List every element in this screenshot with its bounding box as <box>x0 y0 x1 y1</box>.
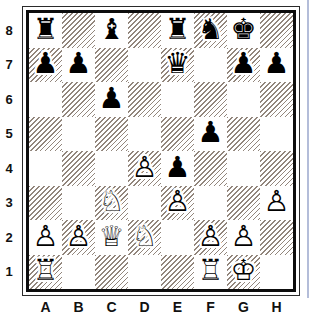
square-g4 <box>227 151 260 186</box>
file-label-f: F <box>194 299 227 316</box>
file-labels: ABCDEFGH <box>29 299 293 316</box>
piece-black-pawn: ♟ <box>198 118 224 147</box>
square-a7: ♟ <box>29 48 62 83</box>
rank-label-2: 2 <box>0 220 18 255</box>
square-b7: ♟ <box>62 48 95 83</box>
square-a2: ♙ <box>29 220 62 255</box>
square-c1 <box>95 255 128 290</box>
image-edge-accent <box>307 0 309 298</box>
square-e7: ♛ <box>161 48 194 83</box>
piece-white-pawn: ♙ <box>66 222 92 251</box>
piece-white-pawn: ♙ <box>33 222 59 251</box>
rank-label-6: 6 <box>0 82 18 117</box>
file-label-a: A <box>29 299 62 316</box>
piece-black-rook: ♜ <box>33 15 59 44</box>
piece-white-knight: ♘ <box>132 222 158 251</box>
square-f5: ♟ <box>194 117 227 152</box>
piece-black-king: ♚ <box>231 15 257 44</box>
square-d1 <box>128 255 161 290</box>
piece-white-rook: ♖ <box>33 256 59 285</box>
square-f2: ♙ <box>194 220 227 255</box>
file-label-b: B <box>62 299 95 316</box>
square-f3 <box>194 186 227 221</box>
square-e8: ♜ <box>161 13 194 48</box>
square-g3 <box>227 186 260 221</box>
square-e1 <box>161 255 194 290</box>
piece-white-pawn: ♙ <box>165 187 191 216</box>
square-d3 <box>128 186 161 221</box>
piece-white-pawn: ♙ <box>231 222 257 251</box>
square-c5 <box>95 117 128 152</box>
square-e3: ♙ <box>161 186 194 221</box>
square-b1 <box>62 255 95 290</box>
square-b8 <box>62 13 95 48</box>
piece-black-rook: ♜ <box>165 15 191 44</box>
piece-black-pawn: ♟ <box>33 49 59 78</box>
square-f7 <box>194 48 227 83</box>
rank-label-8: 8 <box>0 13 18 48</box>
rank-label-5: 5 <box>0 117 18 152</box>
chess-board: ♜♝♜♞♚♟♟♛♟♟♟♟♙♟♘♙♙♙♙♕♘♙♙♖♖♔ <box>29 13 293 289</box>
square-d5 <box>128 117 161 152</box>
rank-labels: 87654321 <box>0 13 18 289</box>
piece-black-pawn: ♟ <box>165 153 191 182</box>
file-label-d: D <box>128 299 161 316</box>
square-d7 <box>128 48 161 83</box>
square-g1: ♔ <box>227 255 260 290</box>
square-e6 <box>161 82 194 117</box>
square-f6 <box>194 82 227 117</box>
piece-white-pawn: ♙ <box>264 187 290 216</box>
square-b3 <box>62 186 95 221</box>
square-h5 <box>260 117 293 152</box>
square-c8: ♝ <box>95 13 128 48</box>
square-h3: ♙ <box>260 186 293 221</box>
file-label-h: H <box>260 299 293 316</box>
file-label-g: G <box>227 299 260 316</box>
square-c6: ♟ <box>95 82 128 117</box>
square-a1: ♖ <box>29 255 62 290</box>
square-a4 <box>29 151 62 186</box>
rank-label-3: 3 <box>0 186 18 221</box>
square-h4 <box>260 151 293 186</box>
piece-white-pawn: ♙ <box>132 153 158 182</box>
square-f8: ♞ <box>194 13 227 48</box>
piece-white-knight: ♘ <box>99 187 125 216</box>
rank-label-4: 4 <box>0 151 18 186</box>
square-h8 <box>260 13 293 48</box>
piece-white-pawn: ♙ <box>198 222 224 251</box>
piece-black-pawn: ♟ <box>99 84 125 113</box>
square-c2: ♕ <box>95 220 128 255</box>
piece-white-king: ♔ <box>231 256 257 285</box>
square-b2: ♙ <box>62 220 95 255</box>
square-a5 <box>29 117 62 152</box>
square-h7: ♟ <box>260 48 293 83</box>
chess-board-border: ♜♝♜♞♚♟♟♛♟♟♟♟♙♟♘♙♙♙♙♕♘♙♙♖♖♔ <box>26 10 296 292</box>
chess-board-frame: ♜♝♜♞♚♟♟♛♟♟♟♟♙♟♘♙♙♙♙♕♘♙♙♖♖♔ <box>22 6 300 296</box>
file-label-c: C <box>95 299 128 316</box>
square-d8 <box>128 13 161 48</box>
rank-label-1: 1 <box>0 255 18 290</box>
square-f4 <box>194 151 227 186</box>
piece-black-pawn: ♟ <box>66 49 92 78</box>
square-g2: ♙ <box>227 220 260 255</box>
square-e5 <box>161 117 194 152</box>
square-e2 <box>161 220 194 255</box>
piece-black-pawn: ♟ <box>231 49 257 78</box>
square-d4: ♙ <box>128 151 161 186</box>
piece-white-queen: ♕ <box>99 222 125 251</box>
square-g6 <box>227 82 260 117</box>
square-a3 <box>29 186 62 221</box>
square-a6 <box>29 82 62 117</box>
piece-white-rook: ♖ <box>198 256 224 285</box>
square-h1 <box>260 255 293 290</box>
square-g5 <box>227 117 260 152</box>
piece-black-queen: ♛ <box>165 49 191 78</box>
chess-diagram-page: 87654321 ♜♝♜♞♚♟♟♛♟♟♟♟♙♟♘♙♙♙♙♕♘♙♙♖♖♔ ABCD… <box>0 0 314 320</box>
piece-black-knight: ♞ <box>198 15 224 44</box>
square-d6 <box>128 82 161 117</box>
square-c7 <box>95 48 128 83</box>
square-g7: ♟ <box>227 48 260 83</box>
square-b6 <box>62 82 95 117</box>
square-h2 <box>260 220 293 255</box>
file-label-e: E <box>161 299 194 316</box>
square-g8: ♚ <box>227 13 260 48</box>
rank-label-7: 7 <box>0 48 18 83</box>
square-b4 <box>62 151 95 186</box>
square-c4 <box>95 151 128 186</box>
square-d2: ♘ <box>128 220 161 255</box>
square-h6 <box>260 82 293 117</box>
piece-black-pawn: ♟ <box>264 49 290 78</box>
square-c3: ♘ <box>95 186 128 221</box>
square-a8: ♜ <box>29 13 62 48</box>
square-b5 <box>62 117 95 152</box>
square-e4: ♟ <box>161 151 194 186</box>
piece-black-bishop: ♝ <box>99 15 125 44</box>
square-f1: ♖ <box>194 255 227 290</box>
